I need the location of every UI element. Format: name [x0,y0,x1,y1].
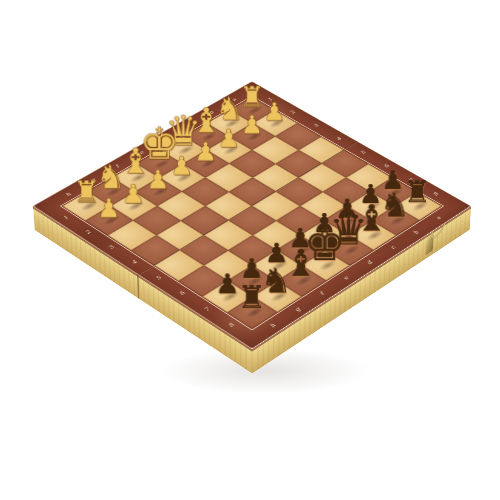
square-f5[interactable] [204,221,252,251]
square-g5[interactable] [179,235,227,265]
scene-stage: 11hh22gg33ff44ee55dd66cc77bb88aa♜♞♝♚♛♝♞♜… [0,0,500,500]
chess-board: 11hh22gg33ff44ee55dd66cc77bb88aa♜♞♝♚♛♝♞♜… [33,81,471,349]
square-h5[interactable] [154,250,203,281]
square-h4[interactable] [131,235,179,265]
square-g3[interactable] [133,206,181,235]
square-f4[interactable] [180,206,228,235]
piece-white-rook[interactable]: ♜ [73,177,100,207]
piece-black-rook[interactable]: ♜ [238,282,266,314]
square-g4[interactable] [156,221,204,251]
square-h3[interactable] [108,221,156,251]
piece-black-pawn[interactable]: ♟ [215,270,239,297]
square-e5[interactable] [228,206,276,235]
chess-set-photo: 11hh22gg33ff44ee55dd66cc77bb88aa♜♞♝♚♛♝♞♜… [0,0,500,500]
piece-white-pawn[interactable]: ♟ [97,195,120,221]
